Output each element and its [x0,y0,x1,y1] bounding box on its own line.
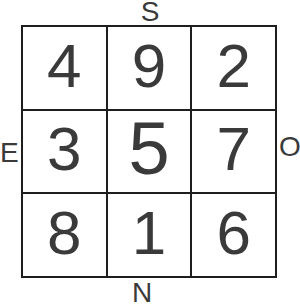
cell-r1c2: 9 [108,27,191,109]
cell-r2c1: 3 [23,111,106,193]
cell-r2c3: 7 [192,111,275,193]
compass-label-east: E [0,139,19,167]
magic-square-diagram: S E O N 4 9 2 3 5 7 8 1 6 [0,0,300,304]
compass-label-south: S [0,0,300,26]
cell-r1c1: 4 [23,27,106,109]
magic-square-board: 4 9 2 3 5 7 8 1 6 [21,25,277,278]
compass-label-west: O [279,133,300,161]
cell-r1c3: 2 [192,27,275,109]
compass-label-north: N [0,279,292,304]
cell-r3c1: 8 [23,194,106,276]
cell-r3c3: 6 [192,194,275,276]
cell-r3c2: 1 [108,194,191,276]
cell-r2c2: 5 [108,111,191,193]
